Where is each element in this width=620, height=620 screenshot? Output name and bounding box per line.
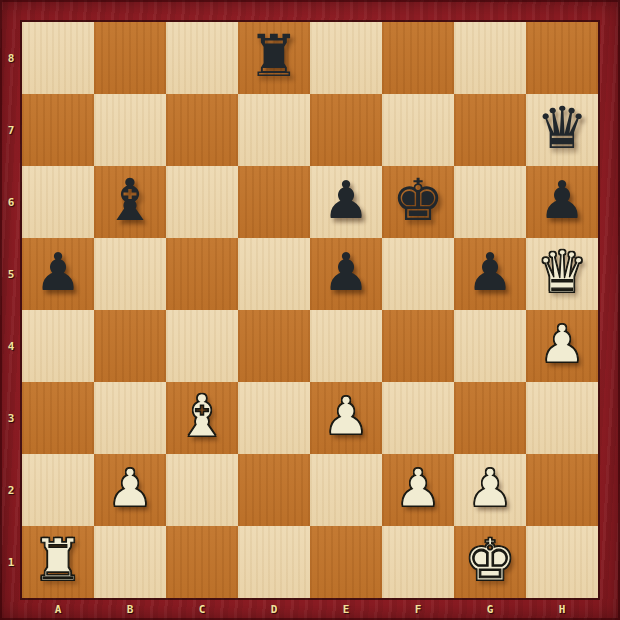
square-d5[interactable] bbox=[238, 238, 310, 310]
square-e1[interactable] bbox=[310, 526, 382, 598]
square-e7[interactable] bbox=[310, 94, 382, 166]
square-c3[interactable]: ♝ bbox=[166, 382, 238, 454]
square-d6[interactable] bbox=[238, 166, 310, 238]
square-h1[interactable] bbox=[526, 526, 598, 598]
file-label-c: C bbox=[166, 598, 238, 620]
file-label-g: G bbox=[454, 598, 526, 620]
square-e5[interactable]: ♟ bbox=[310, 238, 382, 310]
square-c4[interactable] bbox=[166, 310, 238, 382]
square-d8[interactable]: ♜ bbox=[238, 22, 310, 94]
square-h4[interactable]: ♟ bbox=[526, 310, 598, 382]
black-pawn[interactable]: ♟ bbox=[539, 164, 586, 236]
rank-label-4: 4 bbox=[0, 310, 22, 382]
square-d1[interactable] bbox=[238, 526, 310, 598]
square-f2[interactable]: ♟ bbox=[382, 454, 454, 526]
square-a6[interactable] bbox=[22, 166, 94, 238]
square-b7[interactable] bbox=[94, 94, 166, 166]
square-b6[interactable]: ♝ bbox=[94, 166, 166, 238]
rank-label-1: 1 bbox=[0, 526, 22, 598]
white-bishop[interactable]: ♝ bbox=[176, 380, 228, 452]
square-h8[interactable] bbox=[526, 22, 598, 94]
black-pawn[interactable]: ♟ bbox=[323, 164, 370, 236]
square-e3[interactable]: ♟ bbox=[310, 382, 382, 454]
square-d7[interactable] bbox=[238, 94, 310, 166]
square-e6[interactable]: ♟ bbox=[310, 166, 382, 238]
file-label-a: A bbox=[22, 598, 94, 620]
square-e2[interactable] bbox=[310, 454, 382, 526]
square-h7[interactable]: ♛ bbox=[526, 94, 598, 166]
square-g3[interactable] bbox=[454, 382, 526, 454]
rank-label-7: 7 bbox=[0, 94, 22, 166]
rank-label-6: 6 bbox=[0, 166, 22, 238]
square-b3[interactable] bbox=[94, 382, 166, 454]
rank-label-3: 3 bbox=[0, 382, 22, 454]
square-d2[interactable] bbox=[238, 454, 310, 526]
square-a3[interactable] bbox=[22, 382, 94, 454]
chess-board: ♜♛♝♟♚♟♟♟♟♛♟♝♟♟♟♟♜♚ bbox=[22, 22, 598, 598]
rank-label-5: 5 bbox=[0, 238, 22, 310]
square-g1[interactable]: ♚ bbox=[454, 526, 526, 598]
square-h2[interactable] bbox=[526, 454, 598, 526]
white-queen[interactable]: ♛ bbox=[536, 236, 588, 308]
white-pawn[interactable]: ♟ bbox=[395, 452, 442, 524]
square-h3[interactable] bbox=[526, 382, 598, 454]
square-g4[interactable] bbox=[454, 310, 526, 382]
square-e4[interactable] bbox=[310, 310, 382, 382]
square-g7[interactable] bbox=[454, 94, 526, 166]
white-king[interactable]: ♚ bbox=[464, 524, 516, 596]
square-b8[interactable] bbox=[94, 22, 166, 94]
square-a1[interactable]: ♜ bbox=[22, 526, 94, 598]
square-f7[interactable] bbox=[382, 94, 454, 166]
rank-label-2: 2 bbox=[0, 454, 22, 526]
rank-labels: 87654321 bbox=[0, 22, 22, 598]
square-a4[interactable] bbox=[22, 310, 94, 382]
square-c7[interactable] bbox=[166, 94, 238, 166]
square-b2[interactable]: ♟ bbox=[94, 454, 166, 526]
file-label-f: F bbox=[382, 598, 454, 620]
square-c5[interactable] bbox=[166, 238, 238, 310]
square-a5[interactable]: ♟ bbox=[22, 238, 94, 310]
white-pawn[interactable]: ♟ bbox=[467, 452, 514, 524]
file-labels: ABCDEFGH bbox=[22, 598, 598, 620]
square-c8[interactable] bbox=[166, 22, 238, 94]
black-pawn[interactable]: ♟ bbox=[323, 236, 370, 308]
square-g5[interactable]: ♟ bbox=[454, 238, 526, 310]
square-g8[interactable] bbox=[454, 22, 526, 94]
rank-label-8: 8 bbox=[0, 22, 22, 94]
square-b5[interactable] bbox=[94, 238, 166, 310]
file-label-e: E bbox=[310, 598, 382, 620]
square-a8[interactable] bbox=[22, 22, 94, 94]
square-d4[interactable] bbox=[238, 310, 310, 382]
file-label-h: H bbox=[526, 598, 598, 620]
square-f6[interactable]: ♚ bbox=[382, 166, 454, 238]
file-label-d: D bbox=[238, 598, 310, 620]
square-b1[interactable] bbox=[94, 526, 166, 598]
square-h6[interactable]: ♟ bbox=[526, 166, 598, 238]
square-g6[interactable] bbox=[454, 166, 526, 238]
black-rook[interactable]: ♜ bbox=[248, 20, 300, 92]
white-pawn[interactable]: ♟ bbox=[107, 452, 154, 524]
square-f1[interactable] bbox=[382, 526, 454, 598]
square-a2[interactable] bbox=[22, 454, 94, 526]
square-c2[interactable] bbox=[166, 454, 238, 526]
square-b4[interactable] bbox=[94, 310, 166, 382]
square-c6[interactable] bbox=[166, 166, 238, 238]
white-pawn[interactable]: ♟ bbox=[323, 380, 370, 452]
board-frame: 87654321 ♜♛♝♟♚♟♟♟♟♛♟♝♟♟♟♟♜♚ ABCDEFGH bbox=[0, 0, 620, 620]
white-rook[interactable]: ♜ bbox=[32, 524, 84, 596]
square-f5[interactable] bbox=[382, 238, 454, 310]
black-queen[interactable]: ♛ bbox=[536, 92, 588, 164]
square-g2[interactable]: ♟ bbox=[454, 454, 526, 526]
square-c1[interactable] bbox=[166, 526, 238, 598]
square-e8[interactable] bbox=[310, 22, 382, 94]
black-pawn[interactable]: ♟ bbox=[35, 236, 82, 308]
black-king[interactable]: ♚ bbox=[392, 164, 444, 236]
square-d3[interactable] bbox=[238, 382, 310, 454]
black-pawn[interactable]: ♟ bbox=[467, 236, 514, 308]
black-bishop[interactable]: ♝ bbox=[104, 164, 156, 236]
square-f3[interactable] bbox=[382, 382, 454, 454]
square-h5[interactable]: ♛ bbox=[526, 238, 598, 310]
square-f8[interactable] bbox=[382, 22, 454, 94]
square-a7[interactable] bbox=[22, 94, 94, 166]
file-label-b: B bbox=[94, 598, 166, 620]
white-pawn[interactable]: ♟ bbox=[539, 308, 586, 380]
square-f4[interactable] bbox=[382, 310, 454, 382]
